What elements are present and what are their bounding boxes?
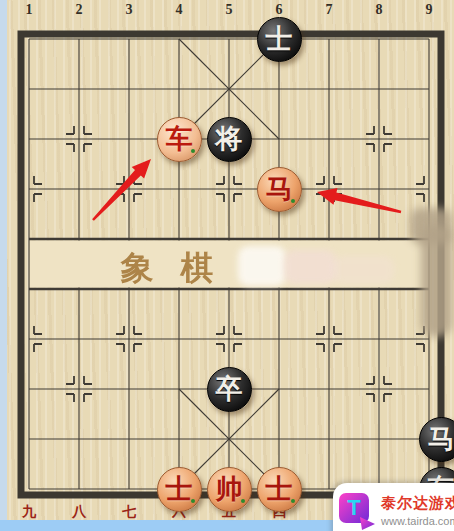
bottom-label-1: 九	[18, 503, 40, 521]
piece-red-general[interactable]: 帅	[207, 467, 252, 512]
top-label-1: 1	[18, 2, 40, 18]
site-name: 泰尔达游戏网	[381, 494, 454, 513]
top-label-9: 9	[418, 2, 440, 18]
site-watermark-card[interactable]: T 泰尔达游戏网 www.tairda.com	[333, 483, 454, 531]
piece-black-soldier[interactable]: 卒	[207, 367, 252, 412]
top-label-7: 7	[318, 2, 340, 18]
piece-red-horse[interactable]: 马	[257, 167, 302, 212]
blurred-watermark-blob	[421, 225, 452, 337]
xiangqi-screenshot: 123456789 九八七六五四 象 棋 士车将马卒马车士帅士 T 泰尔达游戏	[0, 0, 454, 531]
top-label-5: 5	[218, 2, 240, 18]
piece-green-dot	[191, 499, 195, 503]
piece-red-advisor-left[interactable]: 士	[157, 467, 202, 512]
piece-black-advisor-top[interactable]: 士	[257, 17, 302, 62]
piece-green-dot	[291, 499, 295, 503]
top-label-2: 2	[68, 2, 90, 18]
river-text-qi: 棋	[177, 246, 217, 291]
logo-letter: T	[338, 492, 370, 524]
piece-green-dot	[191, 149, 195, 153]
bottom-label-2: 八	[68, 503, 90, 521]
piece-green-dot	[241, 499, 245, 503]
top-label-8: 8	[368, 2, 390, 18]
top-label-6: 6	[268, 2, 290, 18]
piece-green-dot	[291, 199, 295, 203]
blurred-watermark-patch	[238, 246, 286, 286]
site-url[interactable]: www.tairda.com	[381, 515, 454, 527]
piece-red-chariot[interactable]: 车	[157, 117, 202, 162]
top-label-4: 4	[168, 2, 190, 18]
site-logo: T	[338, 491, 376, 531]
blurred-watermark-patch	[284, 250, 336, 284]
piece-red-advisor-right[interactable]: 士	[257, 467, 302, 512]
blurred-watermark-patch	[332, 256, 394, 284]
bottom-label-3: 七	[118, 503, 140, 521]
river-text-xiang: 象	[117, 246, 157, 291]
piece-black-general[interactable]: 将	[207, 117, 252, 162]
top-label-3: 3	[118, 2, 140, 18]
